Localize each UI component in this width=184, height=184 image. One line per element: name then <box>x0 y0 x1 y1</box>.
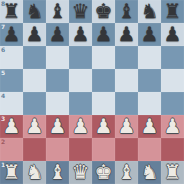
rank-label-2: 2 <box>1 138 5 145</box>
rank-label-5: 5 <box>1 69 5 76</box>
square-b3[interactable]: ♟ <box>23 115 46 138</box>
black-queen: ♛ <box>69 0 92 23</box>
square-g4[interactable] <box>138 92 161 115</box>
white-pawn: ♟ <box>115 115 138 138</box>
square-c3[interactable]: ♟ <box>46 115 69 138</box>
square-e5[interactable] <box>92 69 115 92</box>
square-d4[interactable] <box>69 92 92 115</box>
square-a8[interactable]: 8♜ <box>0 0 23 23</box>
square-e3[interactable]: ♟ <box>92 115 115 138</box>
square-f1[interactable]: ♝ <box>115 161 138 184</box>
black-pawn: ♟ <box>23 23 46 46</box>
square-g7[interactable]: ♟ <box>138 23 161 46</box>
black-king: ♚ <box>92 0 115 23</box>
white-pawn: ♟ <box>161 115 184 138</box>
black-rook: ♜ <box>161 0 184 23</box>
rank-label-4: 4 <box>1 92 5 99</box>
square-f6[interactable] <box>115 46 138 69</box>
white-knight: ♞ <box>23 161 46 184</box>
chess-board-thumbnail: 8♜♞♝♛♚♝♞♜7♟♟♟♟♟♟♟♟6543♟♟♟♟♟♟♟♟21♜♞♝♛♚♝♞♜ <box>0 0 184 184</box>
square-g5[interactable] <box>138 69 161 92</box>
white-pawn: ♟ <box>46 115 69 138</box>
square-c1[interactable]: ♝ <box>46 161 69 184</box>
square-f3[interactable]: ♟ <box>115 115 138 138</box>
square-a2[interactable]: 2 <box>0 138 23 161</box>
square-b6[interactable] <box>23 46 46 69</box>
square-f8[interactable]: ♝ <box>115 0 138 23</box>
white-king: ♚ <box>92 161 115 184</box>
white-knight: ♞ <box>138 161 161 184</box>
white-bishop: ♝ <box>46 161 69 184</box>
square-a5[interactable]: 5 <box>0 69 23 92</box>
square-f7[interactable]: ♟ <box>115 23 138 46</box>
black-bishop: ♝ <box>46 0 69 23</box>
square-g1[interactable]: ♞ <box>138 161 161 184</box>
square-d5[interactable] <box>69 69 92 92</box>
square-f5[interactable] <box>115 69 138 92</box>
square-h1[interactable]: ♜ <box>161 161 184 184</box>
square-h4[interactable] <box>161 92 184 115</box>
square-b8[interactable]: ♞ <box>23 0 46 23</box>
white-rook: ♜ <box>0 161 23 184</box>
square-g6[interactable] <box>138 46 161 69</box>
square-f4[interactable] <box>115 92 138 115</box>
square-a7[interactable]: 7♟ <box>0 23 23 46</box>
black-bishop: ♝ <box>115 0 138 23</box>
square-h6[interactable] <box>161 46 184 69</box>
white-rook: ♜ <box>161 161 184 184</box>
square-h5[interactable] <box>161 69 184 92</box>
square-b1[interactable]: ♞ <box>23 161 46 184</box>
black-knight: ♞ <box>138 0 161 23</box>
white-pawn: ♟ <box>23 115 46 138</box>
square-h8[interactable]: ♜ <box>161 0 184 23</box>
black-pawn: ♟ <box>69 23 92 46</box>
white-bishop: ♝ <box>115 161 138 184</box>
square-c5[interactable] <box>46 69 69 92</box>
white-pawn: ♟ <box>138 115 161 138</box>
square-d7[interactable]: ♟ <box>69 23 92 46</box>
square-a4[interactable]: 4 <box>0 92 23 115</box>
square-d2[interactable] <box>69 138 92 161</box>
white-pawn: ♟ <box>92 115 115 138</box>
white-pawn: ♟ <box>0 115 23 138</box>
black-knight: ♞ <box>23 0 46 23</box>
white-pawn: ♟ <box>69 115 92 138</box>
square-d3[interactable]: ♟ <box>69 115 92 138</box>
square-g2[interactable] <box>138 138 161 161</box>
square-b2[interactable] <box>23 138 46 161</box>
square-a3[interactable]: 3♟ <box>0 115 23 138</box>
black-pawn: ♟ <box>92 23 115 46</box>
square-f2[interactable] <box>115 138 138 161</box>
square-e8[interactable]: ♚ <box>92 0 115 23</box>
square-c4[interactable] <box>46 92 69 115</box>
square-b5[interactable] <box>23 69 46 92</box>
black-pawn: ♟ <box>138 23 161 46</box>
square-d8[interactable]: ♛ <box>69 0 92 23</box>
square-a6[interactable]: 6 <box>0 46 23 69</box>
square-e7[interactable]: ♟ <box>92 23 115 46</box>
square-e2[interactable] <box>92 138 115 161</box>
square-g8[interactable]: ♞ <box>138 0 161 23</box>
square-c6[interactable] <box>46 46 69 69</box>
square-c7[interactable]: ♟ <box>46 23 69 46</box>
square-h2[interactable] <box>161 138 184 161</box>
square-c8[interactable]: ♝ <box>46 0 69 23</box>
black-pawn: ♟ <box>0 23 23 46</box>
square-d6[interactable] <box>69 46 92 69</box>
black-pawn: ♟ <box>115 23 138 46</box>
rank-label-6: 6 <box>1 46 5 53</box>
black-pawn: ♟ <box>161 23 184 46</box>
chess-board: 8♜♞♝♛♚♝♞♜7♟♟♟♟♟♟♟♟6543♟♟♟♟♟♟♟♟21♜♞♝♛♚♝♞♜ <box>0 0 184 184</box>
black-rook: ♜ <box>0 0 23 23</box>
square-b4[interactable] <box>23 92 46 115</box>
square-e6[interactable] <box>92 46 115 69</box>
white-queen: ♛ <box>69 161 92 184</box>
square-e1[interactable]: ♚ <box>92 161 115 184</box>
square-g3[interactable]: ♟ <box>138 115 161 138</box>
square-a1[interactable]: 1♜ <box>0 161 23 184</box>
black-pawn: ♟ <box>46 23 69 46</box>
square-h3[interactable]: ♟ <box>161 115 184 138</box>
square-c2[interactable] <box>46 138 69 161</box>
square-b7[interactable]: ♟ <box>23 23 46 46</box>
square-e4[interactable] <box>92 92 115 115</box>
square-h7[interactable]: ♟ <box>161 23 184 46</box>
square-d1[interactable]: ♛ <box>69 161 92 184</box>
